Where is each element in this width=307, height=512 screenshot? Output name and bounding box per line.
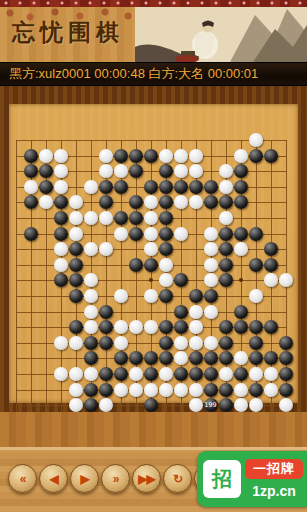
black-stone[interactable]	[249, 149, 263, 163]
black-stone[interactable]	[204, 180, 218, 194]
black-stone[interactable]	[249, 320, 263, 334]
black-stone[interactable]	[189, 180, 203, 194]
white-stone[interactable]	[69, 383, 83, 397]
black-stone[interactable]	[279, 383, 293, 397]
black-stone[interactable]	[114, 367, 128, 381]
black-stone[interactable]	[219, 227, 233, 241]
white-stone[interactable]	[174, 383, 188, 397]
black-stone[interactable]	[39, 180, 53, 194]
white-stone[interactable]	[264, 383, 278, 397]
white-stone[interactable]	[144, 289, 158, 303]
white-stone[interactable]	[234, 383, 248, 397]
white-stone[interactable]	[114, 289, 128, 303]
white-stone[interactable]	[54, 180, 68, 194]
white-stone[interactable]	[159, 367, 173, 381]
black-stone[interactable]	[189, 289, 203, 303]
black-stone[interactable]	[264, 149, 278, 163]
black-stone[interactable]	[24, 227, 38, 241]
white-stone[interactable]	[189, 336, 203, 350]
black-stone[interactable]: 199	[204, 398, 218, 412]
star-point	[149, 278, 153, 282]
white-stone[interactable]	[69, 367, 83, 381]
black-stone[interactable]	[129, 227, 143, 241]
go-board[interactable]: 199	[9, 104, 298, 403]
next-button[interactable]: ▶	[70, 464, 99, 493]
first-button[interactable]: «	[8, 464, 37, 493]
white-stone[interactable]	[144, 227, 158, 241]
black-stone[interactable]	[279, 351, 293, 365]
black-stone[interactable]	[84, 383, 98, 397]
black-stone[interactable]	[279, 336, 293, 350]
white-stone[interactable]	[204, 273, 218, 287]
white-stone[interactable]	[234, 242, 248, 256]
black-stone[interactable]	[249, 383, 263, 397]
white-stone[interactable]	[84, 273, 98, 287]
black-stone[interactable]	[249, 258, 263, 272]
white-stone[interactable]	[174, 227, 188, 241]
white-stone[interactable]	[69, 336, 83, 350]
black-stone[interactable]	[114, 211, 128, 225]
black-stone[interactable]	[144, 258, 158, 272]
black-stone[interactable]	[129, 195, 143, 209]
black-stone[interactable]	[54, 211, 68, 225]
white-stone[interactable]	[54, 336, 68, 350]
black-stone[interactable]	[234, 227, 248, 241]
black-stone[interactable]	[114, 180, 128, 194]
white-stone[interactable]	[174, 195, 188, 209]
white-stone[interactable]	[84, 320, 98, 334]
black-stone[interactable]	[144, 351, 158, 365]
black-stone[interactable]	[39, 164, 53, 178]
white-stone[interactable]	[264, 273, 278, 287]
white-stone[interactable]	[189, 383, 203, 397]
white-stone[interactable]	[219, 211, 233, 225]
black-stone[interactable]	[129, 164, 143, 178]
forward-button[interactable]: ▶▶	[132, 464, 161, 493]
board-frame: 199	[0, 86, 307, 412]
white-stone[interactable]	[204, 227, 218, 241]
white-stone[interactable]	[174, 336, 188, 350]
white-stone[interactable]	[189, 305, 203, 319]
black-stone[interactable]	[189, 351, 203, 365]
move-number-label: 199	[204, 402, 216, 409]
white-stone[interactable]	[204, 258, 218, 272]
black-stone[interactable]	[54, 227, 68, 241]
white-stone[interactable]	[84, 180, 98, 194]
black-stone[interactable]	[174, 273, 188, 287]
black-stone[interactable]	[219, 336, 233, 350]
black-stone[interactable]	[69, 242, 83, 256]
black-stone[interactable]	[99, 320, 113, 334]
white-stone[interactable]	[159, 258, 173, 272]
player-clocks-text: 黑方:xulz0001 00:00:48 白方:大名 00:00:01	[0, 65, 258, 83]
prev-button[interactable]: ◀	[39, 464, 68, 493]
black-stone[interactable]	[159, 242, 173, 256]
white-stone[interactable]	[54, 367, 68, 381]
black-stone[interactable]	[99, 336, 113, 350]
black-stone[interactable]	[219, 351, 233, 365]
black-stone[interactable]	[189, 367, 203, 381]
white-stone[interactable]	[279, 273, 293, 287]
white-stone[interactable]	[204, 305, 218, 319]
white-stone[interactable]	[189, 320, 203, 334]
black-stone[interactable]	[114, 351, 128, 365]
black-stone[interactable]	[159, 351, 173, 365]
white-stone[interactable]	[249, 367, 263, 381]
black-stone[interactable]	[219, 320, 233, 334]
star-point	[239, 278, 243, 282]
black-stone[interactable]	[249, 351, 263, 365]
black-stone[interactable]	[174, 367, 188, 381]
black-stone[interactable]	[24, 149, 38, 163]
white-stone[interactable]	[99, 164, 113, 178]
black-stone[interactable]	[264, 320, 278, 334]
black-stone[interactable]	[264, 258, 278, 272]
white-stone[interactable]	[174, 149, 188, 163]
white-stone[interactable]	[144, 195, 158, 209]
white-stone[interactable]	[69, 211, 83, 225]
black-stone[interactable]	[129, 211, 143, 225]
black-stone[interactable]	[219, 258, 233, 272]
black-stone[interactable]	[279, 367, 293, 381]
black-stone[interactable]	[174, 180, 188, 194]
white-stone[interactable]	[54, 242, 68, 256]
app-title: 忘忧围棋	[12, 17, 124, 48]
black-stone[interactable]	[219, 195, 233, 209]
white-stone[interactable]	[219, 164, 233, 178]
black-stone[interactable]	[159, 164, 173, 178]
black-stone[interactable]	[54, 195, 68, 209]
game-status-bar: 黑方:xulz0001 00:00:48 白方:大名 00:00:01	[0, 62, 307, 86]
black-stone[interactable]	[99, 305, 113, 319]
white-stone[interactable]	[99, 242, 113, 256]
black-stone[interactable]	[144, 398, 158, 412]
watermark-brand: 一招牌	[245, 459, 303, 479]
white-stone[interactable]	[189, 195, 203, 209]
black-stone[interactable]	[234, 195, 248, 209]
white-stone[interactable]	[114, 383, 128, 397]
black-stone[interactable]	[219, 273, 233, 287]
black-stone[interactable]	[144, 367, 158, 381]
black-stone[interactable]	[204, 367, 218, 381]
white-stone[interactable]	[129, 383, 143, 397]
watermark-ad[interactable]: 招 一招牌 1zp.cn	[197, 451, 307, 507]
white-stone[interactable]	[129, 367, 143, 381]
black-stone[interactable]	[159, 320, 173, 334]
white-stone[interactable]	[264, 367, 278, 381]
white-stone[interactable]	[129, 320, 143, 334]
white-stone[interactable]	[39, 149, 53, 163]
white-stone[interactable]	[84, 305, 98, 319]
app-window: 忘忧围棋 黑方:xulz0001 00:00:48 白方:大名 00:00:01…	[0, 0, 307, 512]
white-stone[interactable]	[219, 180, 233, 194]
white-stone[interactable]	[204, 336, 218, 350]
black-stone[interactable]	[174, 320, 188, 334]
white-stone[interactable]	[54, 164, 68, 178]
white-stone[interactable]	[69, 398, 83, 412]
white-stone[interactable]	[99, 398, 113, 412]
black-stone[interactable]	[174, 305, 188, 319]
black-stone[interactable]	[204, 195, 218, 209]
black-stone[interactable]	[24, 164, 38, 178]
white-stone[interactable]	[54, 149, 68, 163]
black-stone[interactable]	[159, 289, 173, 303]
black-stone[interactable]	[264, 351, 278, 365]
black-stone[interactable]	[99, 383, 113, 397]
last-button[interactable]: »	[101, 464, 130, 493]
white-stone[interactable]	[249, 398, 263, 412]
white-stone[interactable]	[204, 242, 218, 256]
white-stone[interactable]	[99, 149, 113, 163]
black-stone[interactable]	[219, 383, 233, 397]
black-stone[interactable]	[204, 383, 218, 397]
black-stone[interactable]	[219, 242, 233, 256]
black-stone[interactable]	[54, 273, 68, 287]
black-stone[interactable]	[24, 195, 38, 209]
black-stone[interactable]	[69, 289, 83, 303]
white-stone[interactable]	[99, 211, 113, 225]
black-stone[interactable]	[159, 336, 173, 350]
black-stone[interactable]	[234, 164, 248, 178]
black-stone[interactable]	[69, 258, 83, 272]
white-stone[interactable]	[249, 133, 263, 147]
black-stone[interactable]	[114, 149, 128, 163]
white-stone[interactable]	[54, 258, 68, 272]
watermark-domain: 1zp.cn	[245, 483, 303, 499]
black-stone[interactable]	[129, 351, 143, 365]
black-stone[interactable]	[159, 211, 173, 225]
black-stone[interactable]	[264, 242, 278, 256]
auto-play-button[interactable]: ↻	[163, 464, 192, 493]
white-stone[interactable]	[144, 211, 158, 225]
watermark-logo-icon: 招	[203, 460, 241, 498]
white-stone[interactable]	[84, 367, 98, 381]
black-stone[interactable]	[99, 195, 113, 209]
white-stone[interactable]	[69, 227, 83, 241]
white-stone[interactable]	[69, 195, 83, 209]
black-stone[interactable]	[84, 351, 98, 365]
white-stone[interactable]	[249, 289, 263, 303]
black-stone[interactable]	[204, 289, 218, 303]
white-stone[interactable]	[114, 164, 128, 178]
ink-painting-go-player	[135, 7, 307, 62]
white-stone[interactable]	[84, 289, 98, 303]
white-stone[interactable]	[144, 320, 158, 334]
black-stone[interactable]	[69, 320, 83, 334]
black-stone[interactable]	[99, 180, 113, 194]
white-stone[interactable]	[144, 383, 158, 397]
white-stone[interactable]	[159, 273, 173, 287]
black-stone[interactable]	[99, 367, 113, 381]
black-stone[interactable]	[84, 398, 98, 412]
white-stone[interactable]	[189, 149, 203, 163]
white-stone[interactable]	[114, 320, 128, 334]
white-stone[interactable]	[24, 180, 38, 194]
white-stone[interactable]	[189, 164, 203, 178]
black-stone[interactable]	[234, 180, 248, 194]
black-stone[interactable]	[234, 320, 248, 334]
white-stone[interactable]	[234, 351, 248, 365]
black-stone[interactable]	[234, 367, 248, 381]
black-stone[interactable]	[69, 273, 83, 287]
black-stone[interactable]	[219, 398, 233, 412]
decor-floral-strip	[0, 0, 307, 7]
black-stone[interactable]	[159, 227, 173, 241]
white-stone[interactable]	[159, 149, 173, 163]
white-stone[interactable]	[84, 211, 98, 225]
black-stone[interactable]	[159, 180, 173, 194]
table-background	[0, 412, 307, 447]
white-stone[interactable]	[279, 398, 293, 412]
white-stone[interactable]	[189, 398, 203, 412]
black-stone[interactable]	[159, 195, 173, 209]
white-stone[interactable]	[174, 164, 188, 178]
black-stone[interactable]	[234, 305, 248, 319]
black-stone[interactable]	[144, 180, 158, 194]
white-stone[interactable]	[234, 398, 248, 412]
white-stone[interactable]	[159, 383, 173, 397]
white-stone[interactable]	[114, 227, 128, 241]
white-stone[interactable]	[144, 242, 158, 256]
white-stone[interactable]	[114, 336, 128, 350]
black-stone[interactable]	[204, 351, 218, 365]
black-stone[interactable]	[129, 258, 143, 272]
black-stone[interactable]	[249, 227, 263, 241]
white-stone[interactable]	[84, 242, 98, 256]
white-stone[interactable]	[219, 367, 233, 381]
white-stone[interactable]	[174, 351, 188, 365]
black-stone[interactable]	[129, 149, 143, 163]
white-stone[interactable]	[234, 149, 248, 163]
black-stone[interactable]	[249, 336, 263, 350]
black-stone[interactable]	[84, 336, 98, 350]
white-stone[interactable]	[39, 195, 53, 209]
black-stone[interactable]	[144, 149, 158, 163]
